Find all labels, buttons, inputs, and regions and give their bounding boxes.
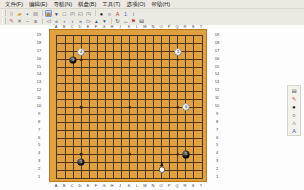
grid-line xyxy=(57,122,202,123)
coord-label-right: 3 xyxy=(213,159,221,164)
move-number: 6 xyxy=(184,105,188,109)
coord-label-right: 7 xyxy=(213,127,221,132)
pass-icon[interactable]: − xyxy=(24,17,31,24)
board-panel: 123456AABBCCDDEEFFGGHHJJKKLLMMNNOOPPQQRR… xyxy=(0,25,304,190)
black-stone-icon[interactable]: ● xyxy=(291,103,298,110)
grid-line xyxy=(57,146,202,147)
delete-icon[interactable]: ✕ xyxy=(16,17,23,24)
main-toolbar: ▯▰▪▥▦▾□◰◱◳●○A1i xyxy=(0,9,304,17)
coord-label-left: 16 xyxy=(35,56,43,61)
new-file-icon[interactable]: ▯ xyxy=(8,10,15,17)
move-number: 5 xyxy=(184,153,188,157)
go-board[interactable]: 123456AABBCCDDEEFFGGHHJJKKLLMMNNOOPPQQRR… xyxy=(30,25,230,190)
top-half-board-icon[interactable]: ◰ xyxy=(69,10,76,17)
board-grid: 123456 xyxy=(56,35,203,179)
coord-label-bottom: S xyxy=(189,184,197,189)
star-point xyxy=(177,153,180,156)
coord-label-left: 15 xyxy=(35,64,43,69)
coord-label-bottom: P xyxy=(165,184,173,189)
star-point xyxy=(128,153,131,156)
coord-label-left: 11 xyxy=(35,96,43,101)
coord-label-top: J xyxy=(116,25,124,30)
last-move-icon[interactable]: ▷ xyxy=(85,17,92,24)
first-move-icon[interactable]: ◁ xyxy=(45,17,52,24)
toolbar-separator xyxy=(42,10,43,16)
coord-label-right: 14 xyxy=(213,72,221,77)
coord-label-bottom: M xyxy=(141,184,149,189)
stone-white-2[interactable]: 2 xyxy=(174,48,181,55)
coord-label-left: 19 xyxy=(35,33,43,38)
coord-label-top: K xyxy=(125,25,133,30)
star-point xyxy=(177,106,180,109)
coord-label-left: 6 xyxy=(35,135,43,140)
menu-item-6[interactable]: 选项(O) xyxy=(123,0,148,8)
star-point xyxy=(80,106,83,109)
coord-label-bottom: B xyxy=(60,184,68,189)
grid-line xyxy=(57,138,202,139)
coord-label-right: 8 xyxy=(213,119,221,124)
toolbar-grip xyxy=(2,18,6,24)
back-10-icon[interactable]: « xyxy=(53,17,60,24)
grid-line xyxy=(57,114,202,115)
number-mark-icon[interactable]: 1 xyxy=(122,10,129,17)
move-number: 4 xyxy=(79,50,83,54)
star-point xyxy=(128,106,131,109)
coord-label-bottom: N xyxy=(149,184,157,189)
coord-label-left: 7 xyxy=(35,127,43,132)
flag-icon[interactable]: ⚑ xyxy=(130,17,137,24)
menu-item-4[interactable]: 棋盘(B) xyxy=(75,0,99,8)
print-icon[interactable]: ▥ xyxy=(32,10,39,17)
move-number: 3 xyxy=(71,58,75,62)
board-dropdown-icon[interactable]: ▾ xyxy=(53,10,60,17)
coord-label-bottom: C xyxy=(68,184,76,189)
coord-label-top: Q xyxy=(173,25,181,30)
coord-label-right: 15 xyxy=(213,64,221,69)
coord-label-top: L xyxy=(133,25,141,30)
coord-label-right: 12 xyxy=(213,88,221,93)
grid-line xyxy=(193,36,194,178)
menu-bar: 文件(F)编辑(E)导航(N)棋盘(B)工具(T)选项(O)帮助(H) xyxy=(0,0,304,9)
star-point xyxy=(80,58,83,61)
cursor-stone-icon xyxy=(159,167,165,173)
coord-label-top: N xyxy=(149,25,157,30)
coord-label-right: 18 xyxy=(213,40,221,45)
star-point xyxy=(128,58,131,61)
coord-label-top: C xyxy=(68,25,76,30)
open-folder-icon[interactable]: ▰ xyxy=(16,10,23,17)
coord-label-top: O xyxy=(157,25,165,30)
letter-mark-icon[interactable]: A xyxy=(114,10,121,17)
coord-label-left: 3 xyxy=(35,159,43,164)
coord-label-bottom: A xyxy=(52,184,60,189)
stone-white-4[interactable]: 4 xyxy=(78,48,85,55)
edit-tool-icon[interactable]: ✎ xyxy=(291,95,298,102)
coord-label-right: 9 xyxy=(213,111,221,116)
coord-label-right: 17 xyxy=(213,48,221,53)
coord-label-left: 12 xyxy=(35,88,43,93)
app-window: 文件(F)编辑(E)导航(N)棋盘(B)工具(T)选项(O)帮助(H) ▯▰▪▥… xyxy=(0,0,304,190)
coord-label-left: 1 xyxy=(35,175,43,180)
black-stone-tool-icon[interactable]: ● xyxy=(98,10,105,17)
toolbar-separator xyxy=(111,18,112,24)
grid-line xyxy=(153,36,154,178)
coord-label-bottom: D xyxy=(76,184,84,189)
coord-label-bottom: K xyxy=(125,184,133,189)
star-point xyxy=(177,58,180,61)
star-point xyxy=(80,153,83,156)
coord-label-left: 2 xyxy=(35,167,43,172)
stone-white-6[interactable]: 6 xyxy=(182,103,189,110)
coord-label-right: 6 xyxy=(213,135,221,140)
game-info-icon[interactable]: ▤ xyxy=(138,17,145,24)
forward-10-icon[interactable]: » xyxy=(77,17,84,24)
mouse-cursor xyxy=(158,161,166,174)
coord-label-top: T xyxy=(197,25,205,30)
move-number: 2 xyxy=(176,50,180,54)
coord-label-right: 5 xyxy=(213,143,221,148)
back-icon[interactable]: ‹ xyxy=(61,17,68,24)
rotate-board-icon[interactable]: ↻ xyxy=(114,17,121,24)
coord-label-right: 13 xyxy=(213,80,221,85)
goban[interactable]: 123456 xyxy=(49,29,207,182)
full-board-icon[interactable]: □ xyxy=(61,10,68,17)
coord-label-top: B xyxy=(60,25,68,30)
triangle-mark-icon[interactable]: △ xyxy=(291,119,298,126)
toolbar-grip xyxy=(2,10,6,16)
coord-label-right: 16 xyxy=(213,56,221,61)
toolbar-separator xyxy=(42,18,43,24)
pencil-icon[interactable]: ✎ xyxy=(8,17,15,24)
coord-label-right: 2 xyxy=(213,167,221,172)
up-variation-icon[interactable]: ▴ xyxy=(93,17,100,24)
coord-label-left: 4 xyxy=(35,151,43,156)
down-variation-icon[interactable]: ▾ xyxy=(101,17,108,24)
grid-line xyxy=(57,130,202,131)
coord-label-left: 10 xyxy=(35,104,43,109)
panel-icon[interactable]: ▤ xyxy=(291,87,298,94)
coord-label-right: 10 xyxy=(213,104,221,109)
mirror-board-icon[interactable]: ↔ xyxy=(122,17,129,24)
show-board-icon[interactable]: ▦ xyxy=(45,10,52,17)
coord-label-top: D xyxy=(76,25,84,30)
menu-item-7[interactable]: 帮助(H) xyxy=(148,0,173,8)
save-icon[interactable]: ▪ xyxy=(24,10,31,17)
coord-label-left: 8 xyxy=(35,119,43,124)
coord-label-bottom: T xyxy=(197,184,205,189)
coord-label-left: 14 xyxy=(35,72,43,77)
move-number: 1 xyxy=(79,160,83,164)
grid-line xyxy=(57,170,202,171)
coord-label-left: 9 xyxy=(35,111,43,116)
info-icon[interactable]: i xyxy=(130,10,137,17)
coord-label-bottom: O xyxy=(157,184,165,189)
toolbar-separator xyxy=(95,10,96,16)
menu-item-5[interactable]: 工具(T) xyxy=(99,0,123,8)
coord-label-right: 11 xyxy=(213,96,221,101)
coord-label-bottom: L xyxy=(133,184,141,189)
coord-label-bottom: Q xyxy=(173,184,181,189)
menu-item-1[interactable]: 文件(F) xyxy=(2,0,26,8)
coord-label-right: 19 xyxy=(213,33,221,38)
menu-item-3[interactable]: 导航(N) xyxy=(50,0,75,8)
forward-icon[interactable]: › xyxy=(69,17,76,24)
coord-label-left: 18 xyxy=(35,40,43,45)
stone-black-3[interactable]: 3 xyxy=(70,56,77,63)
grid-line xyxy=(145,36,146,178)
quarter-board-icon[interactable]: ◳ xyxy=(85,10,92,17)
white-stone-tool-icon[interactable]: ○ xyxy=(106,10,113,17)
grid-line xyxy=(169,36,170,178)
coord-label-bottom: R xyxy=(181,184,189,189)
coord-label-left: 17 xyxy=(35,48,43,53)
stone-black-1[interactable]: 1 xyxy=(78,159,85,166)
coord-label-top: A xyxy=(52,25,60,30)
coord-label-top: S xyxy=(189,25,197,30)
stone-black-5[interactable]: 5 xyxy=(182,151,189,158)
coord-label-right: 1 xyxy=(213,175,221,180)
comment-icon[interactable]: ≡ xyxy=(32,17,39,24)
label-mark-icon[interactable]: A xyxy=(291,127,298,134)
grid-line xyxy=(137,36,138,178)
coord-label-right: 4 xyxy=(213,151,221,156)
side-toolbar: ▤✎●○△A xyxy=(287,85,301,136)
coord-label-bottom: J xyxy=(116,184,124,189)
coord-label-left: 5 xyxy=(35,143,43,148)
coord-label-left: 13 xyxy=(35,80,43,85)
white-stone-icon[interactable]: ○ xyxy=(291,111,298,118)
coord-label-top: P xyxy=(165,25,173,30)
coord-label-top: R xyxy=(181,25,189,30)
grid-line xyxy=(161,36,162,178)
coord-label-top: M xyxy=(141,25,149,30)
bottom-half-board-icon[interactable]: ◱ xyxy=(77,10,84,17)
menu-item-2[interactable]: 编辑(E) xyxy=(26,0,50,8)
